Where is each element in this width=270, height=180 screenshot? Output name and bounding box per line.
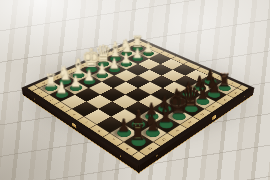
piece-glyph: ♟ <box>143 41 153 54</box>
piece-glyph: ♟ <box>133 46 143 60</box>
piece-glyph: ♟ <box>109 57 119 71</box>
piece-glyph: ♟ <box>118 117 131 134</box>
brass-nail <box>34 98 35 100</box>
brass-nail <box>244 96 245 98</box>
brass-nail <box>156 154 157 156</box>
brass-clasp <box>212 114 216 120</box>
piece-glyph: ♟ <box>56 80 67 95</box>
piece-glyph: ♜ <box>130 122 146 143</box>
piece-glyph: ♟ <box>84 68 95 83</box>
brass-nail <box>120 155 121 157</box>
piece-glyph: ♞ <box>144 111 161 134</box>
scene: 12345678A♜♟♟♜AB♞♟♟♞BC♝♟♟♝CD♛♟♟♛DE♚♟♟♚EF♝… <box>0 0 270 180</box>
piece-glyph: ♟ <box>70 74 81 89</box>
piece-glyph: ♟ <box>97 62 108 76</box>
piece-glyph: ♟ <box>121 51 131 65</box>
brass-hinge <box>72 122 76 128</box>
